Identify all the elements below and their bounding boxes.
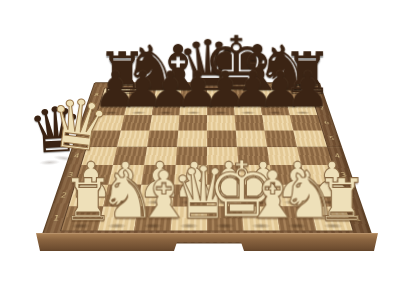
rank-label-right-8: 8: [312, 93, 324, 97]
square-d5[interactable]: [177, 131, 207, 147]
piece-white-knight[interactable]: ♞: [98, 164, 134, 229]
square-d6[interactable]: [178, 115, 207, 130]
file-label-top-f: f: [240, 84, 251, 88]
square-e6[interactable]: [207, 115, 236, 130]
piece-white-queen[interactable]: ♛: [171, 156, 207, 229]
square-d1[interactable]: ♛: [171, 206, 207, 230]
box-clasp-notch: [180, 243, 238, 249]
file-label-top-g: g: [265, 84, 276, 88]
rank-label-right-6: 6: [320, 121, 333, 126]
piece-white-bishop[interactable]: ♝: [243, 164, 279, 229]
piece-white-knight[interactable]: ♞: [280, 164, 316, 229]
square-b6[interactable]: [121, 115, 152, 130]
square-f6[interactable]: [235, 115, 265, 130]
piece-white-bishop[interactable]: ♝: [134, 164, 170, 229]
piece-white-king[interactable]: ♚: [207, 151, 243, 228]
square-b1[interactable]: ♞: [98, 206, 138, 230]
file-label-top-a: a: [113, 84, 124, 88]
file-label-top-e: e: [215, 84, 225, 88]
square-h7[interactable]: ♟: [287, 101, 318, 115]
file-label-top-b: b: [138, 84, 149, 88]
square-h6[interactable]: [290, 115, 322, 130]
rank-label-right-7: 7: [316, 106, 328, 110]
square-c6[interactable]: [150, 115, 180, 130]
square-h5[interactable]: [293, 131, 327, 147]
rank-label-right-5: 5: [325, 136, 338, 141]
square-f1[interactable]: ♝: [242, 206, 280, 230]
square-c1[interactable]: ♝: [134, 206, 172, 230]
spare-white-queen[interactable]: ♛: [44, 88, 92, 160]
piece-white-rook[interactable]: ♜: [62, 171, 98, 229]
square-h1[interactable]: ♜: [311, 206, 353, 230]
square-g6[interactable]: [262, 115, 293, 130]
square-c5[interactable]: [147, 131, 178, 147]
piece-white-rook[interactable]: ♜: [316, 171, 352, 229]
square-b5[interactable]: [117, 131, 150, 147]
square-g1[interactable]: ♞: [276, 206, 316, 230]
square-e1[interactable]: ♚: [207, 206, 243, 230]
chess-set-photo: ♜♞♝♛♚♝♞♜♟♟♟♟♟♟♟♟♟♟♟♟♟♟♟♟♜♞♝♛♚♝♞♜ 88aa77b…: [0, 0, 400, 300]
square-a1[interactable]: ♜: [61, 206, 103, 230]
file-label-top-d: d: [189, 84, 199, 88]
file-label-top-c: c: [164, 84, 175, 88]
file-label-top-h: h: [290, 84, 301, 88]
